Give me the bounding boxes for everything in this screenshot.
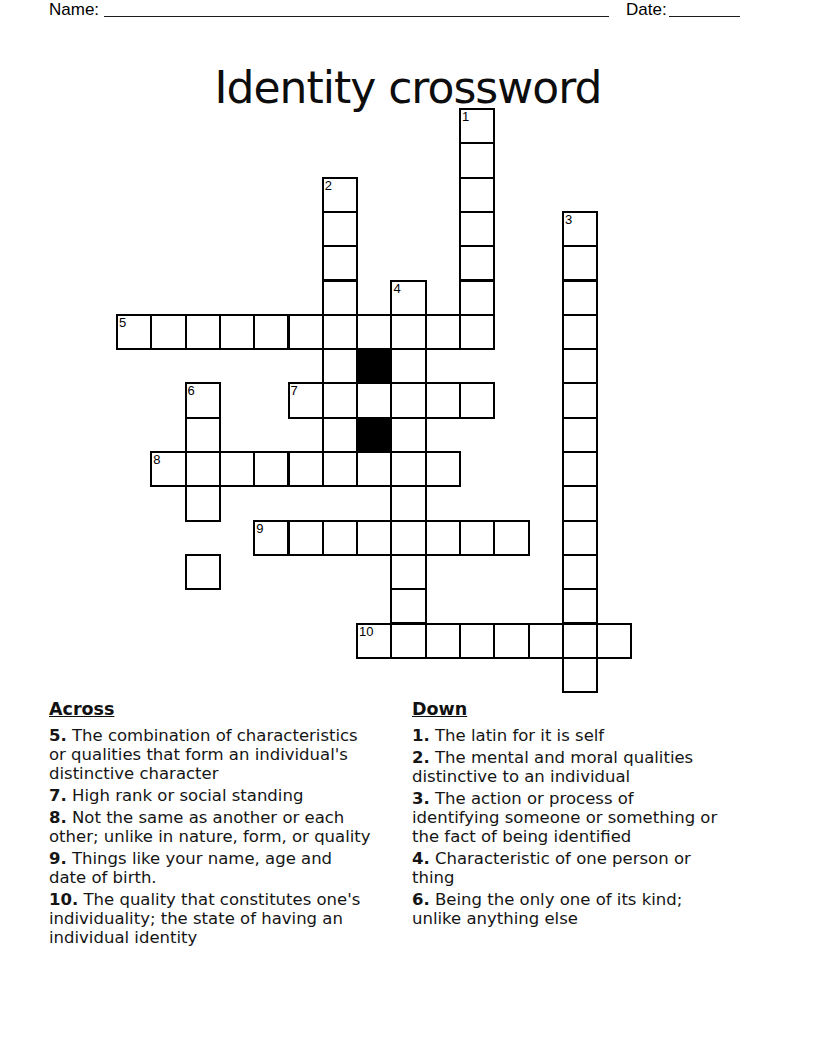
grid-cell-r8c8[interactable] <box>390 382 426 418</box>
down-clue-4: 4. Characteristic of one person or thing <box>412 849 774 887</box>
grid-cell-r6c13[interactable] <box>562 314 598 350</box>
grid-cell-r6c3[interactable] <box>219 314 255 350</box>
grid-cell-r10c5[interactable] <box>288 451 324 487</box>
grid-cell-r16c13[interactable] <box>562 657 598 693</box>
cell-number-8: 8 <box>153 453 160 467</box>
down-clues-list: 1. The latin for it is self2. The mental… <box>412 726 774 928</box>
grid-cell-r9c13[interactable] <box>562 417 598 453</box>
grid-cell-r8c13[interactable] <box>562 382 598 418</box>
grid-cell-r12c11[interactable] <box>493 520 529 556</box>
grid-cell-r9c8[interactable] <box>390 417 426 453</box>
down-clue-text-6: Being the only one of its kind; unlike a… <box>412 890 682 928</box>
grid-cell-r6c10[interactable] <box>459 314 495 350</box>
grid-cell-r7c6[interactable] <box>322 348 358 384</box>
cell-number-1: 1 <box>462 110 469 124</box>
grid-cell-r2c10[interactable] <box>459 177 495 213</box>
grid-cell-r10c6[interactable] <box>322 451 358 487</box>
across-clue-8: 8. Not the same as another or each other… <box>49 808 441 846</box>
grid-cell-r5c13[interactable] <box>562 280 598 316</box>
name-label: Name: <box>49 0 99 20</box>
cell-number-4: 4 <box>393 282 400 296</box>
down-clue-text-1: The latin for it is self <box>435 726 604 745</box>
grid-cell-r4c13[interactable] <box>562 245 598 281</box>
grid-cell-r14c8[interactable] <box>390 588 426 624</box>
grid-cell-r10c8[interactable] <box>390 451 426 487</box>
down-clue-number-1: 1. <box>412 726 430 745</box>
grid-cell-r15c10[interactable] <box>459 623 495 659</box>
grid-cell-r8c10[interactable] <box>459 382 495 418</box>
down-clue-number-6: 6. <box>412 890 430 909</box>
grid-cell-r12c5[interactable] <box>288 520 324 556</box>
grid-cell-r12c13[interactable] <box>562 520 598 556</box>
grid-cell-r1c10[interactable] <box>459 142 495 178</box>
grid-cell-r12c8[interactable] <box>390 520 426 556</box>
down-clue-number-2: 2. <box>412 748 430 767</box>
grid-cell-r3c10[interactable] <box>459 211 495 247</box>
down-clue-text-4: Characteristic of one person or thing <box>412 849 691 887</box>
grid-cell-r6c8[interactable] <box>390 314 426 350</box>
across-clue-text-10: The quality that constitutes one's indiv… <box>49 890 360 947</box>
grid-cell-r6c4[interactable] <box>253 314 289 350</box>
across-clue-number-8: 8. <box>49 808 67 827</box>
page-title: Identity crossword <box>0 62 816 113</box>
grid-cell-r11c2[interactable] <box>185 485 221 521</box>
across-clue-7: 7. High rank or social standing <box>49 786 441 805</box>
grid-cell-r15c12[interactable] <box>528 623 564 659</box>
across-clue-text-9: Things like your name, age and date of b… <box>49 849 332 887</box>
down-clue-3: 3. The action or process of identifying … <box>412 789 774 846</box>
grid-cell-r10c9[interactable] <box>425 451 461 487</box>
across-clue-5: 5. The combination of characteristics or… <box>49 726 441 783</box>
down-clue-text-2: The mental and moral qualities distincti… <box>412 748 693 786</box>
grid-cell-r8c7[interactable] <box>356 382 392 418</box>
grid-cell-r8c6[interactable] <box>322 382 358 418</box>
grid-cell-r5c10[interactable] <box>459 280 495 316</box>
grid-cell-r4c6[interactable] <box>322 245 358 281</box>
across-heading: Across <box>49 699 441 719</box>
grid-cell-r10c13[interactable] <box>562 451 598 487</box>
grid-cell-r8c9[interactable] <box>425 382 461 418</box>
grid-cell-r15c7[interactable]: 10 <box>356 623 392 659</box>
down-clue-6: 6. Being the only one of its kind; unlik… <box>412 890 774 928</box>
grid-cell-r6c0[interactable]: 5 <box>116 314 152 350</box>
grid-cell-r9c6[interactable] <box>322 417 358 453</box>
grid-cell-r6c9[interactable] <box>425 314 461 350</box>
cell-number-3: 3 <box>565 213 572 227</box>
grid-cell-r4c10[interactable] <box>459 245 495 281</box>
grid-cell-r3c6[interactable] <box>322 211 358 247</box>
grid-cell-r15c13[interactable] <box>562 623 598 659</box>
across-clue-number-7: 7. <box>49 786 67 805</box>
grid-cell-r11c13[interactable] <box>562 485 598 521</box>
black-cell-r7c7 <box>356 348 392 384</box>
across-clue-10: 10. The quality that constitutes one's i… <box>49 890 441 947</box>
grid-cell-r13c2[interactable] <box>185 554 221 590</box>
grid-cell-r9c2[interactable] <box>185 417 221 453</box>
grid-cell-r0c10[interactable]: 1 <box>459 108 495 144</box>
cell-number-9: 9 <box>256 522 263 536</box>
grid-cell-r12c10[interactable] <box>459 520 495 556</box>
grid-cell-r10c1[interactable]: 8 <box>150 451 186 487</box>
grid-cell-r6c5[interactable] <box>288 314 324 350</box>
grid-cell-r12c6[interactable] <box>322 520 358 556</box>
cell-number-6: 6 <box>188 384 195 398</box>
grid-cell-r6c2[interactable] <box>185 314 221 350</box>
grid-cell-r15c11[interactable] <box>493 623 529 659</box>
grid-cell-r3c13[interactable]: 3 <box>562 211 598 247</box>
name-blank-line <box>104 16 609 17</box>
cell-number-2: 2 <box>325 179 332 193</box>
down-clue-number-4: 4. <box>412 849 430 868</box>
grid-cell-r10c7[interactable] <box>356 451 392 487</box>
grid-cell-r10c4[interactable] <box>253 451 289 487</box>
grid-cell-r8c5[interactable]: 7 <box>288 382 324 418</box>
grid-cell-r6c7[interactable] <box>356 314 392 350</box>
grid-cell-r10c3[interactable] <box>219 451 255 487</box>
grid-cell-r6c1[interactable] <box>150 314 186 350</box>
grid-cell-r13c8[interactable] <box>390 554 426 590</box>
down-clue-text-3: The action or process of identifying som… <box>412 789 717 846</box>
date-blank-line <box>669 16 740 17</box>
down-clue-number-3: 3. <box>412 789 430 808</box>
grid-cell-r7c13[interactable] <box>562 348 598 384</box>
across-clues-list: 5. The combination of characteristics or… <box>49 726 441 947</box>
grid-cell-r8c2[interactable]: 6 <box>185 382 221 418</box>
across-clue-text-5: The combination of characteristics or qu… <box>49 726 358 783</box>
grid-cell-r7c8[interactable] <box>390 348 426 384</box>
grid-cell-r5c8[interactable]: 4 <box>390 280 426 316</box>
grid-cell-r6c6[interactable] <box>322 314 358 350</box>
cell-number-10: 10 <box>359 625 373 639</box>
date-label: Date: <box>626 0 667 20</box>
down-heading: Down <box>412 699 774 719</box>
grid-cell-r15c14[interactable] <box>596 623 632 659</box>
grid-cell-r10c2[interactable] <box>185 451 221 487</box>
grid-cell-r13c13[interactable] <box>562 554 598 590</box>
grid-cell-r12c9[interactable] <box>425 520 461 556</box>
grid-cell-r11c8[interactable] <box>390 485 426 521</box>
across-clue-number-10: 10. <box>49 890 78 909</box>
across-clue-text-7: High rank or social standing <box>72 786 303 805</box>
crossword-grid: 12345678910 <box>116 108 633 694</box>
grid-cell-r5c6[interactable] <box>322 280 358 316</box>
across-clues-section: Across 5. The combination of characteris… <box>49 699 441 950</box>
down-clue-2: 2. The mental and moral qualities distin… <box>412 748 774 786</box>
grid-cell-r12c4[interactable]: 9 <box>253 520 289 556</box>
down-clue-1: 1. The latin for it is self <box>412 726 774 745</box>
grid-cell-r15c8[interactable] <box>390 623 426 659</box>
across-clue-number-5: 5. <box>49 726 67 745</box>
down-clues-section: Down 1. The latin for it is self2. The m… <box>412 699 774 931</box>
across-clue-text-8: Not the same as another or each other; u… <box>49 808 371 846</box>
black-cell-r9c7 <box>356 417 392 453</box>
grid-cell-r14c13[interactable] <box>562 588 598 624</box>
grid-cell-r15c9[interactable] <box>425 623 461 659</box>
cell-number-5: 5 <box>119 316 126 330</box>
across-clue-number-9: 9. <box>49 849 67 868</box>
across-clue-9: 9. Things like your name, age and date o… <box>49 849 441 887</box>
cell-number-7: 7 <box>291 384 298 398</box>
grid-cell-r12c7[interactable] <box>356 520 392 556</box>
grid-cell-r2c6[interactable]: 2 <box>322 177 358 213</box>
